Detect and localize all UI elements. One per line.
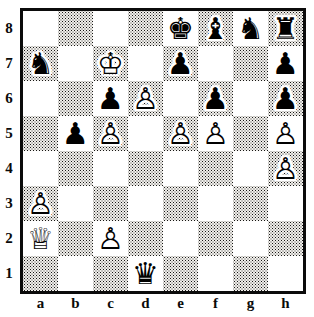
black-knight: ♞ [237, 11, 264, 46]
white-pawn: ♙ [272, 151, 299, 186]
black-knight: ♞ [27, 46, 54, 81]
square-e3 [163, 186, 198, 221]
white-pawn: ♙ [167, 116, 194, 151]
square-a4 [23, 151, 58, 186]
black-pawn: ♟ [202, 81, 229, 116]
square-c6: ♟ [93, 81, 128, 116]
square-h3 [268, 186, 303, 221]
white-pawn: ♙ [202, 116, 229, 151]
file-label-f: f [198, 292, 233, 314]
square-g2 [233, 221, 268, 256]
black-rook: ♜ [272, 11, 299, 46]
square-b6 [58, 81, 93, 116]
square-c7: ♔ [93, 46, 128, 81]
rank-label-8: 8 [0, 11, 18, 46]
white-king: ♔ [97, 46, 124, 81]
square-g5 [233, 116, 268, 151]
file-labels: a b c d e f g h [23, 292, 303, 314]
rank-label-6: 6 [0, 81, 18, 116]
square-c8 [93, 11, 128, 46]
square-b5: ♟ [58, 116, 93, 151]
rank-label-7: 7 [0, 46, 18, 81]
square-h2 [268, 221, 303, 256]
square-d5 [128, 116, 163, 151]
square-h4: ♙ [268, 151, 303, 186]
square-h8: ♜ [268, 11, 303, 46]
square-a2: ♕ [23, 221, 58, 256]
square-b7 [58, 46, 93, 81]
white-pawn: ♙ [97, 221, 124, 256]
square-d2 [128, 221, 163, 256]
square-c3 [93, 186, 128, 221]
file-label-h: h [268, 292, 303, 314]
file-label-e: e [163, 292, 198, 314]
file-label-c: c [93, 292, 128, 314]
chess-board: ♚♝♞♜♞♔♟♟♟♙♟♟♟♙♙♙♙♙♙♕♙♛ [20, 8, 306, 294]
black-pawn: ♟ [62, 116, 89, 151]
square-f7 [198, 46, 233, 81]
black-king: ♚ [167, 11, 194, 46]
square-b8 [58, 11, 93, 46]
square-c4 [93, 151, 128, 186]
square-g4 [233, 151, 268, 186]
square-d7 [128, 46, 163, 81]
square-h6: ♟ [268, 81, 303, 116]
square-f4 [198, 151, 233, 186]
square-c1 [93, 256, 128, 291]
white-queen: ♕ [27, 221, 54, 256]
square-b1 [58, 256, 93, 291]
white-pawn: ♙ [27, 186, 54, 221]
square-c5: ♙ [93, 116, 128, 151]
square-e6 [163, 81, 198, 116]
chess-diagram: 8 7 6 5 4 3 2 1 ♚♝♞♜♞♔♟♟♟♙♟♟♟♙♙♙♙♙♙♕♙♛ a… [0, 0, 314, 317]
square-e5: ♙ [163, 116, 198, 151]
file-label-b: b [58, 292, 93, 314]
square-f1 [198, 256, 233, 291]
square-d1: ♛ [128, 256, 163, 291]
square-g3 [233, 186, 268, 221]
black-pawn: ♟ [97, 81, 124, 116]
square-d8 [128, 11, 163, 46]
square-g8: ♞ [233, 11, 268, 46]
file-label-a: a [23, 292, 58, 314]
square-a7: ♞ [23, 46, 58, 81]
square-g1 [233, 256, 268, 291]
black-pawn: ♟ [272, 46, 299, 81]
square-h7: ♟ [268, 46, 303, 81]
square-f8: ♝ [198, 11, 233, 46]
square-e4 [163, 151, 198, 186]
white-pawn: ♙ [97, 116, 124, 151]
rank-label-3: 3 [0, 186, 18, 221]
square-h5: ♙ [268, 116, 303, 151]
square-a8 [23, 11, 58, 46]
square-a6 [23, 81, 58, 116]
file-label-d: d [128, 292, 163, 314]
black-bishop: ♝ [202, 11, 229, 46]
rank-labels: 8 7 6 5 4 3 2 1 [0, 11, 18, 291]
square-b2 [58, 221, 93, 256]
square-g7 [233, 46, 268, 81]
black-pawn: ♟ [272, 81, 299, 116]
black-pawn: ♟ [167, 46, 194, 81]
square-e7: ♟ [163, 46, 198, 81]
square-e8: ♚ [163, 11, 198, 46]
square-b3 [58, 186, 93, 221]
rank-label-2: 2 [0, 221, 18, 256]
square-e1 [163, 256, 198, 291]
square-d6: ♙ [128, 81, 163, 116]
square-g6 [233, 81, 268, 116]
rank-label-5: 5 [0, 116, 18, 151]
rank-label-4: 4 [0, 151, 18, 186]
white-pawn: ♙ [272, 116, 299, 151]
square-e2 [163, 221, 198, 256]
white-pawn: ♙ [132, 81, 159, 116]
square-f3 [198, 186, 233, 221]
black-queen: ♛ [132, 256, 159, 291]
rank-label-1: 1 [0, 256, 18, 291]
square-a1 [23, 256, 58, 291]
square-f2 [198, 221, 233, 256]
square-h1 [268, 256, 303, 291]
square-a5 [23, 116, 58, 151]
square-c2: ♙ [93, 221, 128, 256]
file-label-g: g [233, 292, 268, 314]
square-f5: ♙ [198, 116, 233, 151]
square-b4 [58, 151, 93, 186]
square-d3 [128, 186, 163, 221]
square-f6: ♟ [198, 81, 233, 116]
square-a3: ♙ [23, 186, 58, 221]
square-d4 [128, 151, 163, 186]
